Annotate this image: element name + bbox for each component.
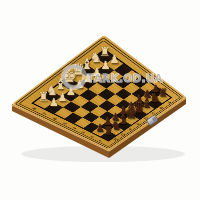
metal-clasp-icon	[146, 115, 158, 126]
clasp-layer	[0, 0, 200, 200]
product-photo: ABCDEFGH 12345678 ♜♟♞♟♝♟♛♟♚♟♝♟♟♞♜♟♟♜♞♟♟♝…	[0, 0, 200, 200]
